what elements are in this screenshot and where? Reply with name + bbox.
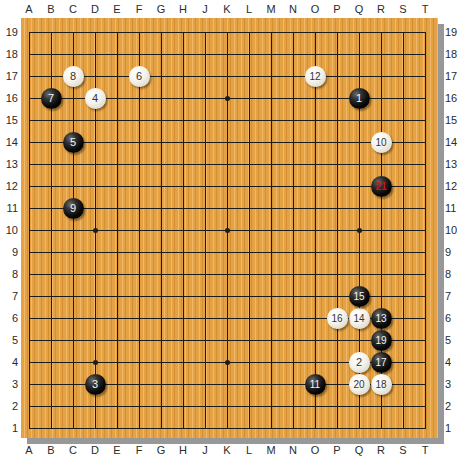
intersection[interactable] bbox=[260, 373, 282, 395]
intersection[interactable] bbox=[326, 109, 348, 131]
intersection[interactable] bbox=[128, 307, 150, 329]
intersection[interactable] bbox=[106, 65, 128, 87]
intersection[interactable] bbox=[62, 285, 84, 307]
intersection[interactable] bbox=[392, 263, 414, 285]
intersection[interactable] bbox=[128, 131, 150, 153]
intersection[interactable] bbox=[260, 87, 282, 109]
intersection[interactable] bbox=[128, 285, 150, 307]
intersection[interactable] bbox=[172, 175, 194, 197]
intersection[interactable] bbox=[260, 219, 282, 241]
intersection[interactable] bbox=[62, 417, 84, 439]
intersection[interactable] bbox=[84, 329, 106, 351]
intersection[interactable] bbox=[128, 43, 150, 65]
intersection[interactable] bbox=[414, 263, 436, 285]
intersection[interactable] bbox=[414, 241, 436, 263]
intersection[interactable] bbox=[238, 175, 260, 197]
intersection[interactable] bbox=[260, 263, 282, 285]
intersection[interactable] bbox=[62, 153, 84, 175]
intersection[interactable] bbox=[216, 153, 238, 175]
intersection[interactable] bbox=[84, 241, 106, 263]
intersection[interactable] bbox=[326, 417, 348, 439]
intersection[interactable] bbox=[348, 21, 370, 43]
intersection[interactable] bbox=[238, 329, 260, 351]
intersection[interactable] bbox=[128, 219, 150, 241]
intersection[interactable] bbox=[106, 197, 128, 219]
intersection[interactable] bbox=[260, 43, 282, 65]
intersection[interactable] bbox=[414, 153, 436, 175]
intersection[interactable] bbox=[348, 131, 370, 153]
intersection[interactable] bbox=[414, 43, 436, 65]
intersection[interactable] bbox=[172, 43, 194, 65]
intersection[interactable] bbox=[62, 43, 84, 65]
intersection[interactable] bbox=[282, 417, 304, 439]
intersection[interactable] bbox=[194, 263, 216, 285]
intersection[interactable] bbox=[238, 109, 260, 131]
intersection[interactable] bbox=[128, 175, 150, 197]
intersection[interactable] bbox=[62, 307, 84, 329]
intersection[interactable] bbox=[414, 131, 436, 153]
intersection[interactable] bbox=[150, 285, 172, 307]
intersection[interactable] bbox=[106, 21, 128, 43]
intersection[interactable] bbox=[84, 263, 106, 285]
intersection[interactable] bbox=[84, 417, 106, 439]
intersection[interactable] bbox=[370, 153, 392, 175]
intersection[interactable] bbox=[414, 285, 436, 307]
intersection[interactable] bbox=[106, 263, 128, 285]
intersection[interactable] bbox=[18, 197, 40, 219]
intersection[interactable] bbox=[40, 285, 62, 307]
intersection[interactable] bbox=[172, 417, 194, 439]
intersection[interactable] bbox=[282, 241, 304, 263]
intersection[interactable] bbox=[172, 153, 194, 175]
intersection[interactable] bbox=[304, 395, 326, 417]
intersection[interactable] bbox=[106, 87, 128, 109]
intersection[interactable] bbox=[128, 153, 150, 175]
intersection[interactable] bbox=[216, 263, 238, 285]
intersection[interactable] bbox=[370, 285, 392, 307]
intersection[interactable] bbox=[194, 21, 216, 43]
intersection[interactable] bbox=[326, 395, 348, 417]
intersection[interactable] bbox=[194, 417, 216, 439]
intersection[interactable] bbox=[304, 241, 326, 263]
intersection[interactable] bbox=[282, 65, 304, 87]
intersection[interactable] bbox=[150, 241, 172, 263]
intersection[interactable] bbox=[106, 131, 128, 153]
intersection[interactable] bbox=[216, 307, 238, 329]
intersection[interactable] bbox=[128, 21, 150, 43]
intersection[interactable] bbox=[392, 65, 414, 87]
intersection[interactable] bbox=[260, 175, 282, 197]
intersection[interactable] bbox=[150, 329, 172, 351]
intersection[interactable] bbox=[260, 395, 282, 417]
intersection[interactable] bbox=[304, 285, 326, 307]
intersection[interactable] bbox=[62, 219, 84, 241]
intersection[interactable] bbox=[326, 175, 348, 197]
intersection[interactable] bbox=[40, 219, 62, 241]
intersection[interactable] bbox=[40, 43, 62, 65]
intersection[interactable] bbox=[238, 21, 260, 43]
intersection[interactable] bbox=[106, 109, 128, 131]
intersection[interactable] bbox=[392, 131, 414, 153]
intersection[interactable] bbox=[238, 197, 260, 219]
intersection[interactable] bbox=[282, 197, 304, 219]
intersection[interactable] bbox=[40, 351, 62, 373]
intersection[interactable] bbox=[392, 219, 414, 241]
intersection[interactable] bbox=[150, 175, 172, 197]
intersection[interactable] bbox=[392, 285, 414, 307]
intersection[interactable] bbox=[260, 329, 282, 351]
intersection[interactable] bbox=[172, 395, 194, 417]
intersection[interactable] bbox=[172, 87, 194, 109]
intersection[interactable] bbox=[348, 175, 370, 197]
intersection[interactable] bbox=[18, 175, 40, 197]
intersection[interactable] bbox=[18, 153, 40, 175]
intersection[interactable] bbox=[348, 43, 370, 65]
intersection[interactable] bbox=[238, 285, 260, 307]
intersection[interactable] bbox=[194, 285, 216, 307]
intersection[interactable] bbox=[282, 43, 304, 65]
intersection[interactable] bbox=[40, 373, 62, 395]
intersection[interactable] bbox=[18, 87, 40, 109]
intersection[interactable] bbox=[238, 153, 260, 175]
intersection[interactable] bbox=[150, 351, 172, 373]
intersection[interactable] bbox=[370, 109, 392, 131]
intersection[interactable] bbox=[370, 21, 392, 43]
intersection[interactable] bbox=[150, 395, 172, 417]
intersection[interactable] bbox=[150, 263, 172, 285]
intersection[interactable] bbox=[18, 109, 40, 131]
intersection[interactable] bbox=[150, 87, 172, 109]
intersection[interactable] bbox=[216, 241, 238, 263]
intersection[interactable] bbox=[414, 395, 436, 417]
intersection[interactable] bbox=[282, 351, 304, 373]
intersection[interactable] bbox=[326, 131, 348, 153]
intersection[interactable] bbox=[62, 241, 84, 263]
intersection[interactable] bbox=[194, 307, 216, 329]
intersection[interactable] bbox=[282, 219, 304, 241]
intersection[interactable] bbox=[150, 153, 172, 175]
intersection[interactable] bbox=[194, 175, 216, 197]
intersection[interactable] bbox=[216, 43, 238, 65]
intersection[interactable] bbox=[216, 417, 238, 439]
intersection[interactable] bbox=[216, 395, 238, 417]
intersection[interactable] bbox=[326, 241, 348, 263]
intersection[interactable] bbox=[128, 395, 150, 417]
intersection[interactable] bbox=[172, 241, 194, 263]
intersection[interactable] bbox=[370, 65, 392, 87]
intersection[interactable] bbox=[150, 219, 172, 241]
intersection[interactable] bbox=[326, 329, 348, 351]
intersection[interactable] bbox=[150, 131, 172, 153]
intersection[interactable] bbox=[238, 417, 260, 439]
intersection[interactable] bbox=[172, 65, 194, 87]
intersection[interactable] bbox=[62, 373, 84, 395]
intersection[interactable] bbox=[282, 131, 304, 153]
intersection[interactable] bbox=[216, 65, 238, 87]
intersection[interactable] bbox=[414, 175, 436, 197]
intersection[interactable] bbox=[414, 197, 436, 219]
intersection[interactable] bbox=[370, 43, 392, 65]
intersection[interactable] bbox=[304, 263, 326, 285]
intersection[interactable] bbox=[172, 263, 194, 285]
intersection[interactable] bbox=[106, 307, 128, 329]
intersection[interactable] bbox=[326, 197, 348, 219]
intersection[interactable] bbox=[84, 153, 106, 175]
intersection[interactable] bbox=[304, 87, 326, 109]
intersection[interactable] bbox=[326, 285, 348, 307]
intersection[interactable] bbox=[194, 329, 216, 351]
intersection[interactable] bbox=[18, 241, 40, 263]
intersection[interactable] bbox=[106, 285, 128, 307]
intersection[interactable] bbox=[348, 109, 370, 131]
intersection[interactable] bbox=[260, 197, 282, 219]
intersection[interactable] bbox=[282, 153, 304, 175]
intersection[interactable] bbox=[392, 329, 414, 351]
intersection[interactable] bbox=[194, 351, 216, 373]
intersection[interactable] bbox=[194, 65, 216, 87]
intersection[interactable] bbox=[106, 395, 128, 417]
intersection[interactable] bbox=[238, 65, 260, 87]
intersection[interactable] bbox=[84, 21, 106, 43]
intersection[interactable] bbox=[172, 197, 194, 219]
intersection[interactable] bbox=[238, 395, 260, 417]
intersection[interactable] bbox=[40, 131, 62, 153]
intersection[interactable] bbox=[194, 197, 216, 219]
intersection[interactable] bbox=[238, 219, 260, 241]
intersection[interactable] bbox=[304, 109, 326, 131]
intersection[interactable] bbox=[282, 109, 304, 131]
intersection[interactable] bbox=[128, 351, 150, 373]
intersection[interactable] bbox=[282, 175, 304, 197]
intersection[interactable] bbox=[18, 329, 40, 351]
intersection[interactable] bbox=[84, 65, 106, 87]
intersection[interactable] bbox=[150, 307, 172, 329]
intersection[interactable] bbox=[40, 307, 62, 329]
intersection[interactable] bbox=[106, 373, 128, 395]
intersection[interactable] bbox=[260, 131, 282, 153]
intersection[interactable] bbox=[18, 307, 40, 329]
intersection[interactable] bbox=[348, 65, 370, 87]
intersection[interactable] bbox=[172, 21, 194, 43]
intersection[interactable] bbox=[150, 43, 172, 65]
intersection[interactable] bbox=[326, 21, 348, 43]
intersection[interactable] bbox=[392, 197, 414, 219]
intersection[interactable] bbox=[18, 395, 40, 417]
intersection[interactable] bbox=[348, 263, 370, 285]
intersection[interactable] bbox=[414, 87, 436, 109]
intersection[interactable] bbox=[304, 417, 326, 439]
intersection[interactable] bbox=[216, 21, 238, 43]
intersection[interactable] bbox=[260, 21, 282, 43]
intersection[interactable] bbox=[106, 175, 128, 197]
intersection[interactable] bbox=[392, 43, 414, 65]
intersection[interactable] bbox=[84, 131, 106, 153]
intersection[interactable] bbox=[326, 263, 348, 285]
intersection[interactable] bbox=[18, 263, 40, 285]
intersection[interactable] bbox=[348, 241, 370, 263]
intersection[interactable] bbox=[282, 395, 304, 417]
intersection[interactable] bbox=[414, 109, 436, 131]
intersection[interactable] bbox=[282, 373, 304, 395]
intersection[interactable] bbox=[348, 197, 370, 219]
intersection[interactable] bbox=[40, 175, 62, 197]
intersection[interactable] bbox=[392, 417, 414, 439]
intersection[interactable] bbox=[282, 21, 304, 43]
intersection[interactable] bbox=[392, 109, 414, 131]
intersection[interactable] bbox=[106, 241, 128, 263]
intersection[interactable] bbox=[370, 197, 392, 219]
intersection[interactable] bbox=[194, 87, 216, 109]
intersection[interactable] bbox=[414, 373, 436, 395]
intersection[interactable] bbox=[392, 241, 414, 263]
intersection[interactable] bbox=[62, 175, 84, 197]
intersection[interactable] bbox=[150, 417, 172, 439]
intersection[interactable] bbox=[172, 285, 194, 307]
intersection[interactable] bbox=[172, 219, 194, 241]
intersection[interactable] bbox=[348, 153, 370, 175]
intersection[interactable] bbox=[260, 417, 282, 439]
intersection[interactable] bbox=[326, 87, 348, 109]
intersection[interactable] bbox=[18, 285, 40, 307]
intersection[interactable] bbox=[348, 395, 370, 417]
intersection[interactable] bbox=[128, 197, 150, 219]
intersection[interactable] bbox=[304, 197, 326, 219]
intersection[interactable] bbox=[238, 307, 260, 329]
intersection[interactable] bbox=[304, 351, 326, 373]
intersection[interactable] bbox=[282, 307, 304, 329]
intersection[interactable] bbox=[84, 307, 106, 329]
intersection[interactable] bbox=[150, 65, 172, 87]
intersection[interactable] bbox=[106, 153, 128, 175]
intersection[interactable] bbox=[414, 307, 436, 329]
intersection[interactable] bbox=[216, 175, 238, 197]
intersection[interactable] bbox=[128, 373, 150, 395]
intersection[interactable] bbox=[106, 219, 128, 241]
intersection[interactable] bbox=[370, 395, 392, 417]
intersection[interactable] bbox=[172, 373, 194, 395]
intersection[interactable] bbox=[238, 351, 260, 373]
intersection[interactable] bbox=[40, 109, 62, 131]
intersection[interactable] bbox=[40, 197, 62, 219]
intersection[interactable] bbox=[18, 43, 40, 65]
intersection[interactable] bbox=[326, 43, 348, 65]
intersection[interactable] bbox=[304, 43, 326, 65]
intersection[interactable] bbox=[128, 417, 150, 439]
intersection[interactable] bbox=[128, 109, 150, 131]
intersection[interactable] bbox=[172, 109, 194, 131]
intersection[interactable] bbox=[18, 131, 40, 153]
intersection[interactable] bbox=[282, 285, 304, 307]
intersection[interactable] bbox=[260, 285, 282, 307]
intersection[interactable] bbox=[40, 241, 62, 263]
intersection[interactable] bbox=[18, 417, 40, 439]
intersection[interactable] bbox=[62, 263, 84, 285]
intersection[interactable] bbox=[392, 395, 414, 417]
intersection[interactable] bbox=[304, 131, 326, 153]
intersection[interactable] bbox=[304, 21, 326, 43]
intersection[interactable] bbox=[260, 307, 282, 329]
intersection[interactable] bbox=[172, 329, 194, 351]
intersection[interactable] bbox=[172, 307, 194, 329]
intersection[interactable] bbox=[414, 329, 436, 351]
intersection[interactable] bbox=[150, 21, 172, 43]
intersection[interactable] bbox=[62, 21, 84, 43]
intersection[interactable] bbox=[62, 329, 84, 351]
intersection[interactable] bbox=[260, 351, 282, 373]
intersection[interactable] bbox=[238, 241, 260, 263]
intersection[interactable] bbox=[414, 65, 436, 87]
intersection[interactable] bbox=[326, 373, 348, 395]
intersection[interactable] bbox=[260, 65, 282, 87]
intersection[interactable] bbox=[194, 219, 216, 241]
intersection[interactable] bbox=[84, 175, 106, 197]
intersection[interactable] bbox=[106, 417, 128, 439]
intersection[interactable] bbox=[84, 197, 106, 219]
intersection[interactable] bbox=[194, 43, 216, 65]
intersection[interactable] bbox=[216, 285, 238, 307]
intersection[interactable] bbox=[128, 329, 150, 351]
intersection[interactable] bbox=[370, 417, 392, 439]
intersection[interactable] bbox=[282, 329, 304, 351]
intersection[interactable] bbox=[282, 263, 304, 285]
intersection[interactable] bbox=[326, 219, 348, 241]
intersection[interactable] bbox=[392, 153, 414, 175]
intersection[interactable] bbox=[392, 87, 414, 109]
intersection[interactable] bbox=[40, 65, 62, 87]
intersection[interactable] bbox=[40, 263, 62, 285]
intersection[interactable] bbox=[260, 241, 282, 263]
intersection[interactable] bbox=[172, 131, 194, 153]
intersection[interactable] bbox=[392, 21, 414, 43]
intersection[interactable] bbox=[304, 329, 326, 351]
intersection[interactable] bbox=[150, 197, 172, 219]
intersection[interactable] bbox=[40, 21, 62, 43]
intersection[interactable] bbox=[84, 109, 106, 131]
intersection[interactable] bbox=[326, 153, 348, 175]
intersection[interactable] bbox=[62, 109, 84, 131]
intersection[interactable] bbox=[18, 65, 40, 87]
intersection[interactable] bbox=[370, 263, 392, 285]
intersection[interactable] bbox=[62, 395, 84, 417]
intersection[interactable] bbox=[40, 329, 62, 351]
intersection[interactable] bbox=[18, 373, 40, 395]
intersection[interactable] bbox=[414, 21, 436, 43]
intersection[interactable] bbox=[106, 351, 128, 373]
intersection[interactable] bbox=[414, 219, 436, 241]
intersection[interactable] bbox=[348, 329, 370, 351]
intersection[interactable] bbox=[194, 153, 216, 175]
intersection[interactable] bbox=[216, 373, 238, 395]
intersection[interactable] bbox=[260, 109, 282, 131]
intersection[interactable] bbox=[304, 153, 326, 175]
intersection[interactable] bbox=[238, 373, 260, 395]
intersection[interactable] bbox=[128, 241, 150, 263]
intersection[interactable] bbox=[194, 109, 216, 131]
intersection[interactable] bbox=[150, 109, 172, 131]
intersection[interactable] bbox=[18, 351, 40, 373]
intersection[interactable] bbox=[84, 395, 106, 417]
intersection[interactable] bbox=[326, 351, 348, 373]
intersection[interactable] bbox=[172, 351, 194, 373]
intersection[interactable] bbox=[348, 417, 370, 439]
intersection[interactable] bbox=[370, 219, 392, 241]
intersection[interactable] bbox=[216, 329, 238, 351]
intersection[interactable] bbox=[238, 263, 260, 285]
intersection[interactable] bbox=[216, 109, 238, 131]
intersection[interactable] bbox=[106, 329, 128, 351]
intersection[interactable] bbox=[392, 373, 414, 395]
intersection[interactable] bbox=[40, 153, 62, 175]
